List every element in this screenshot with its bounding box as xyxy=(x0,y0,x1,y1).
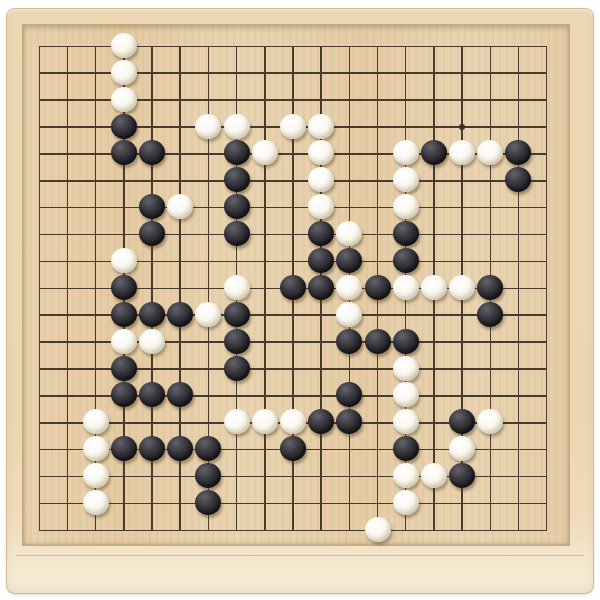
intersection[interactable] xyxy=(251,33,279,60)
intersection[interactable] xyxy=(335,221,363,248)
intersection[interactable] xyxy=(335,463,363,490)
intersection[interactable] xyxy=(279,356,307,383)
intersection[interactable] xyxy=(25,167,53,194)
intersection[interactable] xyxy=(392,248,420,275)
intersection[interactable] xyxy=(251,490,279,517)
intersection[interactable] xyxy=(533,114,561,141)
intersection[interactable] xyxy=(53,140,81,167)
intersection[interactable] xyxy=(279,275,307,302)
intersection[interactable] xyxy=(476,356,504,383)
intersection[interactable] xyxy=(392,329,420,356)
intersection[interactable] xyxy=(251,517,279,544)
intersection[interactable] xyxy=(166,275,194,302)
intersection[interactable] xyxy=(138,248,166,275)
intersection[interactable] xyxy=(363,140,391,167)
intersection[interactable] xyxy=(194,463,222,490)
intersection[interactable] xyxy=(279,463,307,490)
intersection[interactable] xyxy=(25,436,53,463)
intersection[interactable] xyxy=(307,87,335,114)
intersection[interactable] xyxy=(53,194,81,221)
intersection[interactable] xyxy=(251,275,279,302)
intersection[interactable] xyxy=(82,140,110,167)
intersection[interactable] xyxy=(307,140,335,167)
intersection[interactable] xyxy=(223,275,251,302)
intersection[interactable] xyxy=(448,221,476,248)
intersection[interactable] xyxy=(307,329,335,356)
intersection[interactable] xyxy=(166,356,194,383)
intersection[interactable] xyxy=(504,248,532,275)
intersection[interactable] xyxy=(25,329,53,356)
intersection[interactable] xyxy=(223,436,251,463)
intersection[interactable] xyxy=(25,382,53,409)
intersection[interactable] xyxy=(166,490,194,517)
intersection[interactable] xyxy=(476,194,504,221)
intersection[interactable] xyxy=(166,409,194,436)
intersection[interactable] xyxy=(251,87,279,114)
intersection[interactable] xyxy=(363,60,391,87)
intersection[interactable] xyxy=(110,33,138,60)
intersection[interactable] xyxy=(194,436,222,463)
intersection[interactable] xyxy=(476,140,504,167)
intersection[interactable] xyxy=(420,356,448,383)
intersection[interactable] xyxy=(110,382,138,409)
intersection[interactable] xyxy=(279,517,307,544)
intersection[interactable] xyxy=(392,517,420,544)
intersection[interactable] xyxy=(194,302,222,329)
intersection[interactable] xyxy=(25,60,53,87)
intersection[interactable] xyxy=(251,409,279,436)
intersection[interactable] xyxy=(223,517,251,544)
intersection[interactable] xyxy=(251,248,279,275)
intersection[interactable] xyxy=(392,463,420,490)
intersection[interactable] xyxy=(420,409,448,436)
intersection[interactable] xyxy=(307,194,335,221)
intersection[interactable] xyxy=(504,463,532,490)
intersection[interactable] xyxy=(307,382,335,409)
intersection[interactable] xyxy=(504,356,532,383)
intersection[interactable] xyxy=(223,329,251,356)
intersection[interactable] xyxy=(335,114,363,141)
intersection[interactable] xyxy=(138,409,166,436)
intersection[interactable] xyxy=(25,221,53,248)
intersection[interactable] xyxy=(363,356,391,383)
intersection[interactable] xyxy=(251,167,279,194)
intersection[interactable] xyxy=(25,517,53,544)
intersection[interactable] xyxy=(110,409,138,436)
intersection[interactable] xyxy=(138,490,166,517)
intersection[interactable] xyxy=(504,409,532,436)
intersection[interactable] xyxy=(307,275,335,302)
intersection[interactable] xyxy=(138,275,166,302)
intersection[interactable] xyxy=(420,167,448,194)
intersection[interactable] xyxy=(448,194,476,221)
intersection[interactable] xyxy=(420,194,448,221)
intersection[interactable] xyxy=(82,517,110,544)
intersection[interactable] xyxy=(476,409,504,436)
intersection[interactable] xyxy=(335,140,363,167)
intersection[interactable] xyxy=(420,248,448,275)
intersection[interactable] xyxy=(53,275,81,302)
intersection[interactable] xyxy=(392,275,420,302)
intersection[interactable] xyxy=(166,382,194,409)
intersection[interactable] xyxy=(392,194,420,221)
intersection[interactable] xyxy=(363,275,391,302)
intersection[interactable] xyxy=(476,463,504,490)
intersection[interactable] xyxy=(307,114,335,141)
intersection[interactable] xyxy=(476,248,504,275)
intersection[interactable] xyxy=(223,33,251,60)
intersection[interactable] xyxy=(363,436,391,463)
intersection[interactable] xyxy=(251,221,279,248)
intersection[interactable] xyxy=(533,221,561,248)
intersection[interactable] xyxy=(279,167,307,194)
intersection[interactable] xyxy=(335,87,363,114)
intersection[interactable] xyxy=(504,114,532,141)
intersection[interactable] xyxy=(194,409,222,436)
intersection[interactable] xyxy=(53,490,81,517)
intersection[interactable] xyxy=(504,140,532,167)
intersection[interactable] xyxy=(363,221,391,248)
intersection[interactable] xyxy=(25,194,53,221)
intersection[interactable] xyxy=(448,114,476,141)
intersection[interactable] xyxy=(307,302,335,329)
intersection[interactable] xyxy=(166,436,194,463)
intersection[interactable] xyxy=(251,60,279,87)
intersection[interactable] xyxy=(53,221,81,248)
intersection[interactable] xyxy=(363,490,391,517)
intersection[interactable] xyxy=(166,114,194,141)
intersection[interactable] xyxy=(533,463,561,490)
intersection[interactable] xyxy=(504,302,532,329)
intersection[interactable] xyxy=(307,463,335,490)
intersection[interactable] xyxy=(166,221,194,248)
intersection[interactable] xyxy=(335,517,363,544)
intersection[interactable] xyxy=(110,436,138,463)
intersection[interactable] xyxy=(335,60,363,87)
intersection[interactable] xyxy=(420,436,448,463)
intersection[interactable] xyxy=(194,33,222,60)
intersection[interactable] xyxy=(251,382,279,409)
intersection[interactable] xyxy=(335,356,363,383)
intersection[interactable] xyxy=(420,463,448,490)
intersection[interactable] xyxy=(392,87,420,114)
intersection[interactable] xyxy=(335,436,363,463)
intersection[interactable] xyxy=(53,33,81,60)
intersection[interactable] xyxy=(420,517,448,544)
intersection[interactable] xyxy=(392,60,420,87)
intersection[interactable] xyxy=(392,382,420,409)
intersection[interactable] xyxy=(110,463,138,490)
intersection[interactable] xyxy=(335,248,363,275)
intersection[interactable] xyxy=(194,382,222,409)
intersection[interactable] xyxy=(194,248,222,275)
intersection[interactable] xyxy=(82,248,110,275)
intersection[interactable] xyxy=(110,60,138,87)
intersection[interactable] xyxy=(25,302,53,329)
intersection[interactable] xyxy=(251,356,279,383)
intersection[interactable] xyxy=(53,114,81,141)
intersection[interactable] xyxy=(166,302,194,329)
intersection[interactable] xyxy=(279,302,307,329)
intersection[interactable] xyxy=(138,329,166,356)
intersection[interactable] xyxy=(82,329,110,356)
intersection[interactable] xyxy=(53,356,81,383)
intersection[interactable] xyxy=(194,275,222,302)
intersection[interactable] xyxy=(194,517,222,544)
intersection[interactable] xyxy=(533,140,561,167)
intersection[interactable] xyxy=(223,194,251,221)
intersection[interactable] xyxy=(504,60,532,87)
intersection[interactable] xyxy=(307,33,335,60)
intersection[interactable] xyxy=(110,356,138,383)
intersection[interactable] xyxy=(110,517,138,544)
intersection[interactable] xyxy=(223,167,251,194)
intersection[interactable] xyxy=(82,302,110,329)
intersection[interactable] xyxy=(138,517,166,544)
intersection[interactable] xyxy=(448,436,476,463)
intersection[interactable] xyxy=(82,60,110,87)
intersection[interactable] xyxy=(363,248,391,275)
intersection[interactable] xyxy=(279,382,307,409)
intersection[interactable] xyxy=(138,167,166,194)
intersection[interactable] xyxy=(448,167,476,194)
intersection[interactable] xyxy=(82,436,110,463)
intersection[interactable] xyxy=(251,302,279,329)
intersection[interactable] xyxy=(82,167,110,194)
intersection[interactable] xyxy=(279,436,307,463)
intersection[interactable] xyxy=(307,436,335,463)
intersection[interactable] xyxy=(504,490,532,517)
intersection[interactable] xyxy=(223,302,251,329)
intersection[interactable] xyxy=(420,275,448,302)
intersection[interactable] xyxy=(25,275,53,302)
intersection[interactable] xyxy=(166,33,194,60)
intersection[interactable] xyxy=(533,60,561,87)
intersection[interactable] xyxy=(223,221,251,248)
intersection[interactable] xyxy=(138,140,166,167)
intersection[interactable] xyxy=(448,302,476,329)
intersection[interactable] xyxy=(363,463,391,490)
intersection[interactable] xyxy=(25,33,53,60)
intersection[interactable] xyxy=(533,517,561,544)
intersection[interactable] xyxy=(138,33,166,60)
intersection[interactable] xyxy=(476,517,504,544)
intersection[interactable] xyxy=(307,356,335,383)
intersection[interactable] xyxy=(392,140,420,167)
intersection[interactable] xyxy=(53,302,81,329)
intersection[interactable] xyxy=(110,329,138,356)
intersection[interactable] xyxy=(194,356,222,383)
intersection[interactable] xyxy=(392,436,420,463)
intersection[interactable] xyxy=(166,167,194,194)
intersection[interactable] xyxy=(307,167,335,194)
intersection[interactable] xyxy=(307,221,335,248)
intersection[interactable] xyxy=(53,87,81,114)
intersection[interactable] xyxy=(110,302,138,329)
intersection[interactable] xyxy=(138,356,166,383)
intersection[interactable] xyxy=(420,329,448,356)
intersection[interactable] xyxy=(533,382,561,409)
intersection[interactable] xyxy=(138,87,166,114)
intersection[interactable] xyxy=(251,463,279,490)
intersection[interactable] xyxy=(194,490,222,517)
intersection[interactable] xyxy=(53,329,81,356)
intersection[interactable] xyxy=(166,517,194,544)
intersection[interactable] xyxy=(223,356,251,383)
intersection[interactable] xyxy=(110,140,138,167)
intersection[interactable] xyxy=(392,409,420,436)
intersection[interactable] xyxy=(25,140,53,167)
intersection[interactable] xyxy=(166,329,194,356)
intersection[interactable] xyxy=(251,140,279,167)
intersection[interactable] xyxy=(223,87,251,114)
intersection[interactable] xyxy=(82,490,110,517)
intersection[interactable] xyxy=(194,221,222,248)
intersection[interactable] xyxy=(307,409,335,436)
intersection[interactable] xyxy=(138,194,166,221)
intersection[interactable] xyxy=(476,167,504,194)
intersection[interactable] xyxy=(223,114,251,141)
intersection[interactable] xyxy=(504,275,532,302)
intersection[interactable] xyxy=(476,87,504,114)
intersection[interactable] xyxy=(476,329,504,356)
intersection[interactable] xyxy=(448,275,476,302)
intersection[interactable] xyxy=(363,329,391,356)
intersection[interactable] xyxy=(82,194,110,221)
intersection[interactable] xyxy=(279,60,307,87)
intersection[interactable] xyxy=(448,329,476,356)
intersection[interactable] xyxy=(194,167,222,194)
intersection[interactable] xyxy=(194,194,222,221)
intersection[interactable] xyxy=(25,463,53,490)
intersection[interactable] xyxy=(533,409,561,436)
intersection[interactable] xyxy=(448,60,476,87)
intersection[interactable] xyxy=(251,436,279,463)
intersection[interactable] xyxy=(223,490,251,517)
intersection[interactable] xyxy=(533,87,561,114)
intersection[interactable] xyxy=(279,221,307,248)
intersection[interactable] xyxy=(448,463,476,490)
intersection[interactable] xyxy=(335,275,363,302)
intersection[interactable] xyxy=(53,409,81,436)
intersection[interactable] xyxy=(392,356,420,383)
intersection[interactable] xyxy=(392,167,420,194)
intersection[interactable] xyxy=(53,382,81,409)
intersection[interactable] xyxy=(223,60,251,87)
intersection[interactable] xyxy=(533,302,561,329)
intersection[interactable] xyxy=(420,382,448,409)
intersection[interactable] xyxy=(363,517,391,544)
intersection[interactable] xyxy=(166,248,194,275)
intersection[interactable] xyxy=(363,302,391,329)
intersection[interactable] xyxy=(392,221,420,248)
intersection[interactable] xyxy=(53,463,81,490)
intersection[interactable] xyxy=(448,382,476,409)
intersection[interactable] xyxy=(166,60,194,87)
intersection[interactable] xyxy=(138,221,166,248)
intersection[interactable] xyxy=(279,194,307,221)
intersection[interactable] xyxy=(223,463,251,490)
intersection[interactable] xyxy=(533,194,561,221)
intersection[interactable] xyxy=(533,167,561,194)
intersection[interactable] xyxy=(504,329,532,356)
intersection[interactable] xyxy=(363,409,391,436)
intersection[interactable] xyxy=(25,114,53,141)
intersection[interactable] xyxy=(476,33,504,60)
intersection[interactable] xyxy=(533,490,561,517)
intersection[interactable] xyxy=(166,194,194,221)
intersection[interactable] xyxy=(110,275,138,302)
intersection[interactable] xyxy=(194,87,222,114)
intersection[interactable] xyxy=(307,490,335,517)
intersection[interactable] xyxy=(25,490,53,517)
intersection[interactable] xyxy=(25,409,53,436)
intersection[interactable] xyxy=(335,33,363,60)
intersection[interactable] xyxy=(223,382,251,409)
intersection[interactable] xyxy=(279,409,307,436)
intersection[interactable] xyxy=(420,140,448,167)
intersection[interactable] xyxy=(335,302,363,329)
intersection[interactable] xyxy=(476,60,504,87)
intersection[interactable] xyxy=(251,329,279,356)
intersection[interactable] xyxy=(82,356,110,383)
intersection[interactable] xyxy=(335,167,363,194)
intersection[interactable] xyxy=(53,517,81,544)
intersection[interactable] xyxy=(279,248,307,275)
intersection[interactable] xyxy=(448,248,476,275)
intersection[interactable] xyxy=(476,382,504,409)
intersection[interactable] xyxy=(82,275,110,302)
intersection[interactable] xyxy=(251,194,279,221)
intersection[interactable] xyxy=(194,60,222,87)
intersection[interactable] xyxy=(279,490,307,517)
intersection[interactable] xyxy=(223,248,251,275)
intersection[interactable] xyxy=(476,221,504,248)
intersection[interactable] xyxy=(420,33,448,60)
intersection[interactable] xyxy=(448,409,476,436)
intersection[interactable] xyxy=(363,167,391,194)
intersection[interactable] xyxy=(138,436,166,463)
intersection[interactable] xyxy=(166,463,194,490)
intersection[interactable] xyxy=(138,60,166,87)
intersection[interactable] xyxy=(110,221,138,248)
intersection[interactable] xyxy=(25,248,53,275)
intersection[interactable] xyxy=(363,87,391,114)
intersection[interactable] xyxy=(110,87,138,114)
intersection[interactable] xyxy=(448,33,476,60)
intersection[interactable] xyxy=(392,302,420,329)
intersection[interactable] xyxy=(82,114,110,141)
intersection[interactable] xyxy=(279,140,307,167)
intersection[interactable] xyxy=(82,382,110,409)
intersection[interactable] xyxy=(504,87,532,114)
intersection[interactable] xyxy=(533,275,561,302)
intersection[interactable] xyxy=(420,490,448,517)
intersection[interactable] xyxy=(533,329,561,356)
intersection[interactable] xyxy=(363,382,391,409)
intersection[interactable] xyxy=(335,490,363,517)
intersection[interactable] xyxy=(420,114,448,141)
intersection[interactable] xyxy=(279,114,307,141)
intersection[interactable] xyxy=(138,382,166,409)
intersection[interactable] xyxy=(504,221,532,248)
intersection[interactable] xyxy=(476,490,504,517)
intersection[interactable] xyxy=(533,356,561,383)
intersection[interactable] xyxy=(476,275,504,302)
intersection[interactable] xyxy=(53,436,81,463)
intersection[interactable] xyxy=(53,60,81,87)
intersection[interactable] xyxy=(82,409,110,436)
